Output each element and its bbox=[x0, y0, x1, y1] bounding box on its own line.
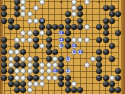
black-stone bbox=[65, 81, 71, 87]
white-stone bbox=[71, 5, 77, 11]
black-stone bbox=[58, 68, 64, 74]
white-stone bbox=[27, 18, 33, 24]
black-stone bbox=[77, 18, 83, 24]
black-stone bbox=[71, 24, 77, 30]
black-stone bbox=[96, 68, 102, 74]
go-board-screenshot: 916138146104182 bbox=[0, 0, 125, 94]
black-stone bbox=[115, 75, 121, 81]
move-number: 2 bbox=[65, 68, 71, 74]
black-stone bbox=[58, 56, 64, 62]
move-number: 18 bbox=[52, 68, 58, 74]
white-stone bbox=[8, 49, 14, 55]
black-stone bbox=[77, 5, 83, 11]
black-stone bbox=[109, 11, 115, 17]
black-stone bbox=[77, 11, 83, 17]
white-stone bbox=[27, 56, 33, 62]
black-stone bbox=[14, 11, 20, 17]
white-stone bbox=[14, 75, 20, 81]
black-stone bbox=[65, 24, 71, 30]
move-number: 14 bbox=[71, 43, 77, 49]
white-stone bbox=[46, 62, 52, 68]
black-stone bbox=[1, 62, 7, 68]
black-stone bbox=[1, 5, 7, 11]
black-stone bbox=[14, 62, 20, 68]
white-stone bbox=[39, 62, 45, 68]
white-stone bbox=[20, 75, 26, 81]
white-stone bbox=[71, 0, 77, 5]
move-number: 13 bbox=[58, 37, 64, 43]
white-stone bbox=[71, 11, 77, 17]
white-stone bbox=[20, 68, 26, 74]
black-stone bbox=[33, 56, 39, 62]
white-stone bbox=[71, 37, 77, 43]
black-stone bbox=[109, 43, 115, 49]
black-stone bbox=[20, 81, 26, 87]
black-stone bbox=[52, 49, 58, 55]
white-stone bbox=[27, 81, 33, 87]
white-stone bbox=[90, 56, 96, 62]
white-stone bbox=[52, 56, 58, 62]
white-stone bbox=[14, 68, 20, 74]
black-stone bbox=[65, 11, 71, 17]
black-stone bbox=[27, 75, 33, 81]
black-stone bbox=[103, 30, 109, 36]
white-stone bbox=[14, 37, 20, 43]
board-right-edge bbox=[121, 0, 125, 94]
black-stone bbox=[14, 5, 20, 11]
black-stone bbox=[8, 75, 14, 81]
white-stone bbox=[20, 37, 26, 43]
move-number: 8 bbox=[58, 43, 64, 49]
black-stone bbox=[46, 24, 52, 30]
black-stone bbox=[71, 87, 77, 93]
black-stone bbox=[39, 24, 45, 30]
black-stone bbox=[20, 62, 26, 68]
white-stone bbox=[39, 75, 45, 81]
black-stone bbox=[109, 81, 115, 87]
black-stone bbox=[65, 18, 71, 24]
white-stone bbox=[39, 68, 45, 74]
white-stone bbox=[20, 30, 26, 36]
black-stone bbox=[77, 87, 83, 93]
black-stone bbox=[8, 81, 14, 87]
black-stone bbox=[46, 56, 52, 62]
white-stone bbox=[77, 37, 83, 43]
black-stone bbox=[65, 75, 71, 81]
black-stone bbox=[103, 37, 109, 43]
white-stone bbox=[109, 75, 115, 81]
black-stone bbox=[52, 24, 58, 30]
black-stone bbox=[1, 56, 7, 62]
move-number: 6 bbox=[71, 49, 77, 55]
black-stone bbox=[103, 49, 109, 55]
black-stone bbox=[14, 56, 20, 62]
white-stone bbox=[71, 81, 77, 87]
black-stone bbox=[46, 30, 52, 36]
black-stone bbox=[1, 18, 7, 24]
white-stone bbox=[33, 5, 39, 11]
white-stone bbox=[20, 0, 26, 5]
black-stone bbox=[33, 75, 39, 81]
black-stone bbox=[1, 49, 7, 55]
move-number: 10 bbox=[77, 49, 83, 55]
black-stone bbox=[20, 87, 26, 93]
black-stone bbox=[14, 87, 20, 93]
black-stone bbox=[14, 81, 20, 87]
white-stone bbox=[20, 11, 26, 17]
black-stone bbox=[103, 18, 109, 24]
white-stone bbox=[39, 81, 45, 87]
black-stone bbox=[46, 43, 52, 49]
white-stone bbox=[46, 68, 52, 74]
black-stone bbox=[8, 68, 14, 74]
star-point bbox=[60, 1, 62, 3]
white-stone bbox=[46, 75, 52, 81]
white-stone bbox=[84, 24, 90, 30]
black-stone bbox=[58, 81, 64, 87]
white-stone bbox=[14, 49, 20, 55]
move-number: 16 bbox=[58, 30, 64, 36]
black-stone bbox=[96, 62, 102, 68]
black-stone bbox=[77, 24, 83, 30]
black-stone bbox=[33, 68, 39, 74]
white-stone bbox=[27, 87, 33, 93]
black-stone bbox=[1, 37, 7, 43]
white-stone bbox=[27, 62, 33, 68]
white-stone bbox=[27, 11, 33, 17]
white-stone bbox=[20, 56, 26, 62]
black-stone bbox=[14, 24, 20, 30]
star-point bbox=[98, 1, 100, 3]
black-stone bbox=[65, 87, 71, 93]
black-stone bbox=[1, 75, 7, 81]
black-stone bbox=[103, 81, 109, 87]
move-number: 4 bbox=[65, 56, 71, 62]
black-stone bbox=[65, 30, 71, 36]
white-stone bbox=[52, 75, 58, 81]
black-stone bbox=[103, 75, 109, 81]
black-stone bbox=[8, 18, 14, 24]
black-stone bbox=[20, 49, 26, 55]
black-stone bbox=[96, 56, 102, 62]
black-stone bbox=[1, 68, 7, 74]
black-stone bbox=[58, 75, 64, 81]
move-number: 9 bbox=[39, 18, 45, 24]
white-stone bbox=[33, 18, 39, 24]
black-stone bbox=[96, 49, 102, 55]
white-stone bbox=[27, 68, 33, 74]
black-stone bbox=[109, 5, 115, 11]
black-stone bbox=[1, 11, 7, 17]
go-board[interactable]: 916138146104182 bbox=[0, 0, 125, 94]
black-stone bbox=[58, 24, 64, 30]
black-stone bbox=[109, 18, 115, 24]
white-stone bbox=[84, 62, 90, 68]
black-stone bbox=[33, 37, 39, 43]
white-stone bbox=[20, 5, 26, 11]
grid-line-horizontal bbox=[4, 20, 119, 21]
white-stone bbox=[52, 62, 58, 68]
black-stone bbox=[96, 24, 102, 30]
black-stone bbox=[33, 30, 39, 36]
black-stone bbox=[65, 37, 71, 43]
white-stone bbox=[8, 62, 14, 68]
white-stone bbox=[8, 56, 14, 62]
black-stone bbox=[14, 43, 20, 49]
white-stone bbox=[84, 37, 90, 43]
black-stone bbox=[46, 49, 52, 55]
white-stone bbox=[39, 0, 45, 5]
black-stone bbox=[96, 75, 102, 81]
white-stone bbox=[33, 81, 39, 87]
black-stone bbox=[58, 62, 64, 68]
black-stone bbox=[1, 43, 7, 49]
black-stone bbox=[109, 56, 115, 62]
black-stone bbox=[33, 43, 39, 49]
white-stone bbox=[39, 43, 45, 49]
black-stone bbox=[46, 37, 52, 43]
black-stone bbox=[109, 87, 115, 93]
black-stone bbox=[65, 43, 71, 49]
white-stone bbox=[27, 30, 33, 36]
white-stone bbox=[84, 0, 90, 5]
black-stone bbox=[96, 37, 102, 43]
black-stone bbox=[103, 24, 109, 30]
black-stone bbox=[8, 24, 14, 30]
black-stone bbox=[14, 0, 20, 5]
white-stone bbox=[27, 37, 33, 43]
black-stone bbox=[103, 5, 109, 11]
white-stone bbox=[39, 30, 45, 36]
black-stone bbox=[33, 62, 39, 68]
